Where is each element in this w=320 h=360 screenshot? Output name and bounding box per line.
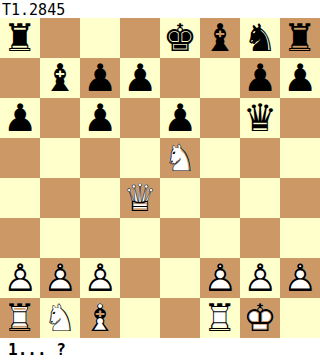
white-piece-outline: ♘ [160,138,200,178]
black-piece-body: ♟ [240,58,280,98]
square-f5[interactable] [200,138,240,178]
square-g4[interactable] [240,178,280,218]
move-prompt: 1... ? [8,340,66,359]
square-b7[interactable]: ♝ [40,58,80,98]
square-f1[interactable]: ♜♖ [200,298,240,338]
black-piece-body: ♟ [120,58,160,98]
square-g1[interactable]: ♚♔ [240,298,280,338]
square-c8[interactable] [80,18,120,58]
square-a3[interactable] [0,218,40,258]
square-a2[interactable]: ♟♙ [0,258,40,298]
square-d8[interactable] [120,18,160,58]
square-f3[interactable] [200,218,240,258]
square-f7[interactable] [200,58,240,98]
square-c1[interactable]: ♝♗ [80,298,120,338]
square-c5[interactable] [80,138,120,178]
square-d6[interactable] [120,98,160,138]
square-g5[interactable] [240,138,280,178]
black-piece-body: ♟ [280,58,320,98]
black-piece-body: ♛ [240,98,280,138]
white-pawn[interactable]: ♟♙ [280,258,320,298]
black-bishop[interactable]: ♝ [200,18,240,58]
white-knight[interactable]: ♞♘ [40,298,80,338]
black-king[interactable]: ♚ [160,18,200,58]
white-bishop[interactable]: ♝♗ [80,298,120,338]
black-rook[interactable]: ♜ [280,18,320,58]
square-b3[interactable] [40,218,80,258]
square-d4[interactable]: ♛♕ [120,178,160,218]
square-b8[interactable] [40,18,80,58]
white-piece-outline: ♙ [40,258,80,298]
square-e4[interactable] [160,178,200,218]
square-e6[interactable]: ♟ [160,98,200,138]
black-pawn[interactable]: ♟ [80,98,120,138]
square-b2[interactable]: ♟♙ [40,258,80,298]
black-piece-body: ♜ [0,18,40,58]
square-h2[interactable]: ♟♙ [280,258,320,298]
white-piece-outline: ♔ [240,298,280,338]
black-queen[interactable]: ♛ [240,98,280,138]
square-g7[interactable]: ♟ [240,58,280,98]
square-b6[interactable] [40,98,80,138]
square-e5[interactable]: ♞♘ [160,138,200,178]
black-pawn[interactable]: ♟ [160,98,200,138]
black-knight[interactable]: ♞ [240,18,280,58]
white-rook[interactable]: ♜♖ [200,298,240,338]
square-h6[interactable] [280,98,320,138]
white-queen[interactable]: ♛♕ [120,178,160,218]
square-a7[interactable] [0,58,40,98]
white-piece-outline: ♖ [200,298,240,338]
square-e3[interactable] [160,218,200,258]
square-e8[interactable]: ♚ [160,18,200,58]
square-h1[interactable] [280,298,320,338]
square-h5[interactable] [280,138,320,178]
white-piece-outline: ♖ [0,298,40,338]
square-h4[interactable] [280,178,320,218]
square-h3[interactable] [280,218,320,258]
white-piece-outline: ♙ [240,258,280,298]
white-piece-outline: ♗ [80,298,120,338]
white-king[interactable]: ♚♔ [240,298,280,338]
square-d7[interactable]: ♟ [120,58,160,98]
square-c6[interactable]: ♟ [80,98,120,138]
white-pawn[interactable]: ♟♙ [40,258,80,298]
square-h7[interactable]: ♟ [280,58,320,98]
white-piece-outline: ♙ [280,258,320,298]
square-c7[interactable]: ♟ [80,58,120,98]
black-piece-body: ♟ [80,58,120,98]
square-e7[interactable] [160,58,200,98]
square-f8[interactable]: ♝ [200,18,240,58]
black-piece-body: ♟ [160,98,200,138]
black-piece-body: ♟ [80,98,120,138]
square-h8[interactable]: ♜ [280,18,320,58]
white-pawn[interactable]: ♟♙ [80,258,120,298]
square-c3[interactable] [80,218,120,258]
square-a8[interactable]: ♜ [0,18,40,58]
square-f6[interactable] [200,98,240,138]
black-pawn[interactable]: ♟ [0,98,40,138]
square-d2[interactable] [120,258,160,298]
white-piece-outline: ♙ [80,258,120,298]
black-pawn[interactable]: ♟ [240,58,280,98]
square-d3[interactable] [120,218,160,258]
black-piece-body: ♝ [40,58,80,98]
square-f4[interactable] [200,178,240,218]
square-e2[interactable] [160,258,200,298]
black-pawn[interactable]: ♟ [280,58,320,98]
black-piece-body: ♚ [160,18,200,58]
black-pawn[interactable]: ♟ [120,58,160,98]
square-e1[interactable] [160,298,200,338]
square-g6[interactable]: ♛ [240,98,280,138]
black-piece-body: ♟ [0,98,40,138]
square-a4[interactable] [0,178,40,218]
white-piece-outline: ♙ [200,258,240,298]
black-piece-body: ♜ [280,18,320,58]
white-piece-outline: ♙ [0,258,40,298]
white-pawn[interactable]: ♟♙ [0,258,40,298]
square-a1[interactable]: ♜♖ [0,298,40,338]
square-a6[interactable]: ♟ [0,98,40,138]
square-c4[interactable] [80,178,120,218]
square-g3[interactable] [240,218,280,258]
black-piece-body: ♞ [240,18,280,58]
square-b1[interactable]: ♞♘ [40,298,80,338]
square-b5[interactable] [40,138,80,178]
square-d5[interactable] [120,138,160,178]
white-rook[interactable]: ♜♖ [0,298,40,338]
white-piece-outline: ♘ [40,298,80,338]
black-bishop[interactable]: ♝ [40,58,80,98]
square-g2[interactable]: ♟♙ [240,258,280,298]
chess-board: ♜♚♝♞♜♝♟♟♟♟♟♟♟♛♞♘♛♕♟♙♟♙♟♙♟♙♟♙♟♙♜♖♞♘♝♗♜♖♚♔ [0,18,320,338]
white-pawn[interactable]: ♟♙ [240,258,280,298]
square-g8[interactable]: ♞ [240,18,280,58]
square-d1[interactable] [120,298,160,338]
square-f2[interactable]: ♟♙ [200,258,240,298]
white-pawn[interactable]: ♟♙ [200,258,240,298]
black-rook[interactable]: ♜ [0,18,40,58]
square-a5[interactable] [0,138,40,178]
white-knight[interactable]: ♞♘ [160,138,200,178]
black-piece-body: ♝ [200,18,240,58]
black-pawn[interactable]: ♟ [80,58,120,98]
square-b4[interactable] [40,178,80,218]
white-piece-outline: ♕ [120,178,160,218]
square-c2[interactable]: ♟♙ [80,258,120,298]
